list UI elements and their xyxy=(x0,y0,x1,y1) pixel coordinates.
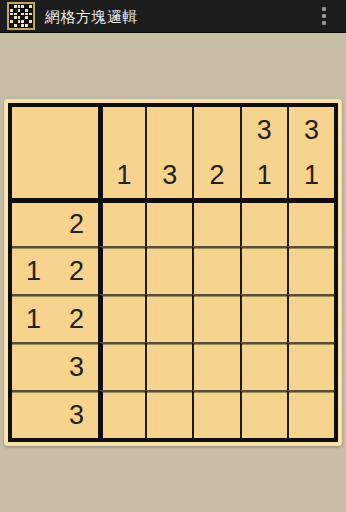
row-clue-cell: 3 xyxy=(12,342,98,390)
board-cell[interactable] xyxy=(145,342,192,390)
icon-dark-cell xyxy=(29,24,32,27)
clue-number: 2 xyxy=(55,211,98,238)
clue-number: 3 xyxy=(55,354,98,381)
icon-dark-cell xyxy=(18,13,21,16)
icon-light-cell xyxy=(29,13,32,16)
icon-light-cell xyxy=(18,9,21,12)
col-clue-cell: 31 xyxy=(287,107,334,198)
col-clue-cell: 2 xyxy=(192,107,239,198)
board-cell[interactable] xyxy=(240,342,287,390)
col-clue-cell: 1 xyxy=(98,107,145,198)
clue-number: 2 xyxy=(55,306,98,333)
board-cell[interactable] xyxy=(98,198,145,246)
icon-light-cell xyxy=(25,16,28,19)
board-cell[interactable] xyxy=(192,342,239,390)
board-cell[interactable] xyxy=(145,390,192,438)
board-cell[interactable] xyxy=(192,198,239,246)
icon-light-cell xyxy=(25,24,28,27)
icon-light-cell xyxy=(10,13,13,16)
board-cell[interactable] xyxy=(145,294,192,342)
row-clue-cell: 2 xyxy=(12,198,98,246)
icon-dark-cell xyxy=(10,16,13,19)
icon-light-cell xyxy=(14,24,17,27)
nonogram-board: 13231312121233 xyxy=(4,99,342,446)
board-cell[interactable] xyxy=(240,294,287,342)
board-cell[interactable] xyxy=(98,342,145,390)
icon-dark-cell xyxy=(21,16,24,19)
clue-number: 3 xyxy=(147,153,192,198)
icon-dark-cell xyxy=(10,5,13,8)
clue-number: 3 xyxy=(242,108,287,153)
clue-number: 2 xyxy=(194,153,239,198)
clue-number: 1 xyxy=(12,258,55,285)
icon-light-cell xyxy=(21,24,24,27)
board-cell[interactable] xyxy=(98,246,145,294)
icon-light-cell xyxy=(14,5,17,8)
board-cell[interactable] xyxy=(240,198,287,246)
board-cell[interactable] xyxy=(287,390,334,438)
icon-light-cell xyxy=(21,5,24,8)
icon-dark-cell xyxy=(10,24,13,27)
clue-number: 1 xyxy=(289,153,334,198)
app-screen: 網格方塊邏輯 13231312121233 xyxy=(0,0,346,512)
icon-light-cell xyxy=(29,20,32,23)
icon-light-cell xyxy=(25,9,28,12)
icon-dark-cell xyxy=(14,20,17,23)
board-cell[interactable] xyxy=(145,246,192,294)
col-clue-cell: 3 xyxy=(145,107,192,198)
icon-light-cell xyxy=(10,20,13,23)
icon-light-cell xyxy=(18,5,21,8)
board-cell[interactable] xyxy=(287,294,334,342)
clue-number: 1 xyxy=(242,153,287,198)
icon-light-cell xyxy=(14,16,17,19)
icon-light-cell xyxy=(21,20,24,23)
clue-number: 2 xyxy=(55,258,98,285)
board-cell[interactable] xyxy=(287,198,334,246)
icon-light-cell xyxy=(25,13,28,16)
row-clue-cell: 12 xyxy=(12,246,98,294)
col-clue-cell: 31 xyxy=(240,107,287,198)
board-cell[interactable] xyxy=(240,246,287,294)
clue-number: 1 xyxy=(103,153,145,198)
app-icon xyxy=(7,2,35,30)
icon-light-cell xyxy=(29,5,32,8)
icon-dark-cell xyxy=(21,9,24,12)
board-cell[interactable] xyxy=(145,198,192,246)
board-frame: 13231312121233 xyxy=(8,103,338,442)
app-title: 網格方塊邏輯 xyxy=(45,0,138,33)
clue-number: 3 xyxy=(289,108,334,153)
nonogram-grid: 13231312121233 xyxy=(12,107,334,438)
clue-corner-cell xyxy=(12,107,98,198)
icon-dark-cell xyxy=(29,9,32,12)
board-cell[interactable] xyxy=(287,342,334,390)
overflow-menu-icon[interactable] xyxy=(317,2,331,30)
icon-dark-cell xyxy=(25,5,28,8)
board-cell[interactable] xyxy=(240,390,287,438)
row-clue-cell: 3 xyxy=(12,390,98,438)
title-bar: 網格方塊邏輯 xyxy=(0,0,346,33)
icon-dark-cell xyxy=(25,20,28,23)
board-cell[interactable] xyxy=(192,390,239,438)
icon-light-cell xyxy=(18,20,21,23)
icon-dark-cell xyxy=(14,9,17,12)
icon-light-cell xyxy=(18,16,21,19)
clue-number: 1 xyxy=(12,306,55,333)
clue-number: 3 xyxy=(55,402,98,429)
board-cell[interactable] xyxy=(192,294,239,342)
icon-light-cell xyxy=(14,13,17,16)
row-clue-cell: 12 xyxy=(12,294,98,342)
board-cell[interactable] xyxy=(192,246,239,294)
icon-dark-cell xyxy=(29,16,32,19)
icon-light-cell xyxy=(10,9,13,12)
icon-light-cell xyxy=(21,13,24,16)
board-cell[interactable] xyxy=(98,294,145,342)
board-cell[interactable] xyxy=(98,390,145,438)
icon-dark-cell xyxy=(18,24,21,27)
board-cell[interactable] xyxy=(287,246,334,294)
